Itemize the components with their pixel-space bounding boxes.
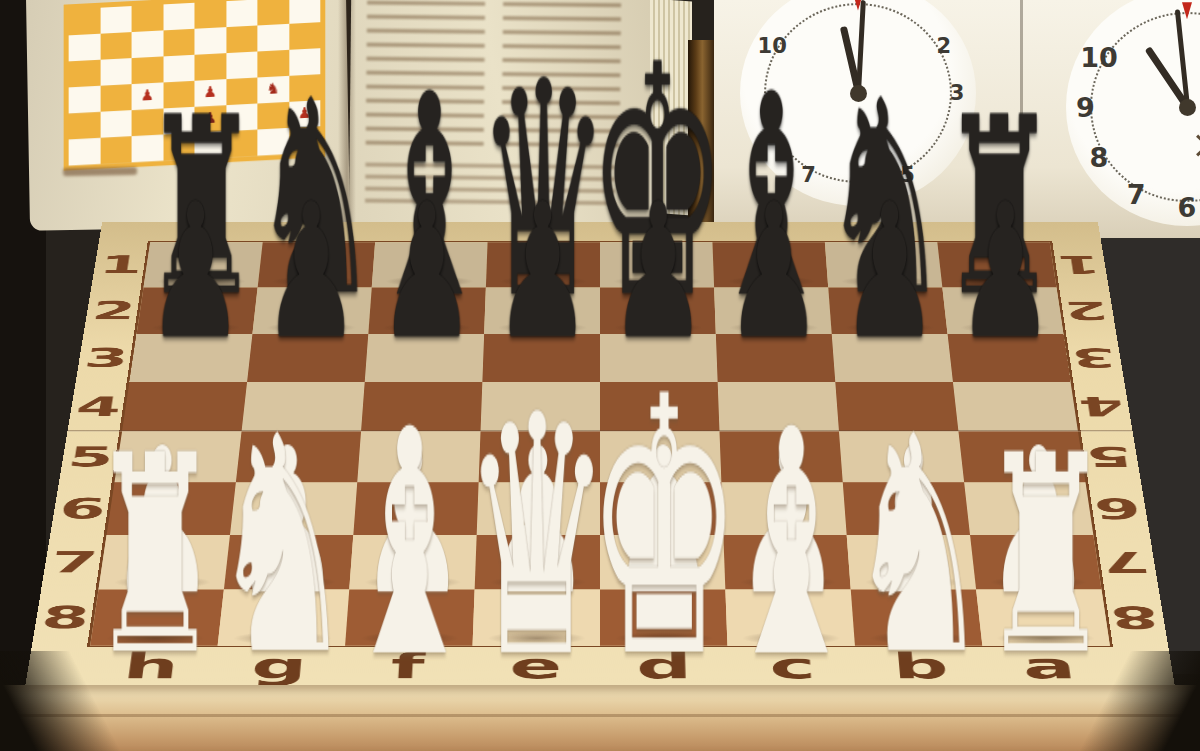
board-front-edge xyxy=(0,685,1200,751)
diagram-square xyxy=(69,60,100,88)
square-h8[interactable]: ♜ xyxy=(90,589,224,645)
diagram-square xyxy=(289,0,320,24)
square-e8[interactable]: ♛ xyxy=(473,589,600,645)
file-label-g: g xyxy=(213,646,345,687)
rank-label-right-3: 3 xyxy=(1063,334,1124,382)
diagram-square xyxy=(69,8,100,36)
diagram-square xyxy=(100,58,131,86)
square-f2[interactable]: ♟ xyxy=(368,287,486,334)
diagram-square xyxy=(132,30,163,58)
seconds-hand-icon xyxy=(1192,131,1200,161)
square-a2[interactable]: ♟ xyxy=(942,287,1063,334)
rank-label-left-2: 2 xyxy=(84,287,144,334)
diagram-square xyxy=(163,29,194,57)
chess-board: 12345678 12345678 hgfedcba ♜♞♝♛♚♝♞♜♟♟♟♟♟… xyxy=(25,222,1175,687)
rank-label-right-8: 8 xyxy=(1101,589,1168,645)
file-label-f: f xyxy=(342,646,473,687)
diagram-square xyxy=(100,110,131,138)
clock-numeral-10: 10 xyxy=(1080,42,1118,73)
diagram-square xyxy=(163,3,194,31)
rank-label-right-6: 6 xyxy=(1086,482,1150,535)
shadow-corner-left xyxy=(0,651,150,751)
diagram-square xyxy=(69,34,100,62)
clock-numeral-9: 9 xyxy=(1076,92,1095,123)
white-bishop-c8[interactable]: ♝ xyxy=(721,388,861,700)
square-c8[interactable]: ♝ xyxy=(725,589,855,645)
file-label-d: d xyxy=(600,646,729,687)
white-bishop-f8[interactable]: ♝ xyxy=(339,388,479,700)
square-f8[interactable]: ♝ xyxy=(345,589,475,645)
clock-flag-icon xyxy=(1182,2,1192,19)
diagram-square xyxy=(69,138,100,166)
clock-center-boss xyxy=(1179,99,1196,116)
diagram-square xyxy=(132,4,163,32)
square-b2[interactable]: ♟ xyxy=(828,287,947,334)
file-label-b: b xyxy=(855,646,987,687)
square-b8[interactable]: ♞ xyxy=(851,589,983,645)
photo-stage: ♟♟♞♟♟ 102357 109876 12345678 123456 xyxy=(0,0,1200,751)
square-e2[interactable]: ♟ xyxy=(484,287,600,334)
clock-numeral-8: 8 xyxy=(1090,141,1109,172)
diagram-square xyxy=(69,86,100,114)
diagram-square xyxy=(69,112,100,140)
diagram-square xyxy=(194,27,225,55)
diagram-square xyxy=(100,84,131,112)
rank-label-left-3: 3 xyxy=(76,334,137,382)
book-caption-blur xyxy=(63,167,137,176)
rank-label-right-2: 2 xyxy=(1056,287,1116,334)
rank-label-right-1: 1 xyxy=(1050,242,1109,287)
rank-label-right-4: 4 xyxy=(1071,382,1133,431)
file-label-e: e xyxy=(471,646,600,687)
file-labels-bottom: hgfedcba xyxy=(84,646,1116,687)
diagram-square xyxy=(226,0,257,27)
square-g2[interactable]: ♟ xyxy=(252,287,371,334)
clock-numeral-7: 7 xyxy=(1127,178,1146,209)
rank-label-right-7: 7 xyxy=(1093,535,1158,589)
square-h2[interactable]: ♟ xyxy=(137,287,258,334)
square-d8[interactable]: ♚ xyxy=(600,589,727,645)
rank-label-right-5: 5 xyxy=(1078,431,1141,482)
white-king-d8[interactable]: ♚ xyxy=(586,352,742,708)
diagram-square xyxy=(194,1,225,29)
square-a8[interactable]: ♜ xyxy=(976,589,1110,645)
diagram-square xyxy=(100,32,131,60)
board-grid: ♜♞♝♛♚♝♞♜♟♟♟♟♟♟♟♟♟♟♟♟♟♟♟♟♜♞♝♛♚♝♞♜ xyxy=(90,242,1110,646)
diagram-square xyxy=(257,0,288,26)
diagram-square xyxy=(100,6,131,34)
clock-numeral-6: 6 xyxy=(1178,191,1197,222)
square-g8[interactable]: ♞ xyxy=(218,589,350,645)
clock-right-dial: 109876 xyxy=(1066,0,1200,226)
shadow-corner-right xyxy=(1050,651,1200,751)
diagram-square xyxy=(100,136,131,164)
file-label-c: c xyxy=(727,646,858,687)
